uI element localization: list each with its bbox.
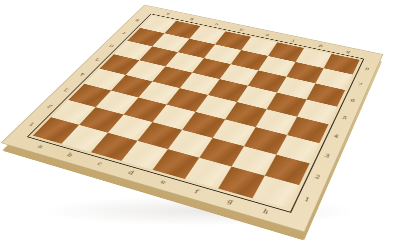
square-e4[interactable] xyxy=(195,95,236,119)
rank-label: 5 xyxy=(335,108,353,128)
rank-label: 1 xyxy=(18,113,45,134)
square-f2[interactable] xyxy=(199,138,244,167)
square-b1[interactable] xyxy=(61,125,107,152)
square-f1[interactable] xyxy=(185,158,232,189)
square-h5[interactable] xyxy=(297,100,337,125)
square-c2[interactable] xyxy=(108,115,153,141)
scene: abcdefgh abcdefgh 87654321 87654321 xyxy=(0,0,400,240)
square-a1[interactable] xyxy=(33,117,79,144)
square-g4[interactable] xyxy=(256,109,297,135)
square-b2[interactable] xyxy=(79,107,124,133)
square-d3[interactable] xyxy=(153,105,196,130)
square-f3[interactable] xyxy=(213,119,256,146)
square-g1[interactable] xyxy=(218,167,265,199)
rank-label: 2 xyxy=(306,165,327,190)
rank-label: 3 xyxy=(317,145,337,168)
rank-label: 1 xyxy=(295,187,317,214)
square-f4[interactable] xyxy=(225,102,266,127)
square-h4[interactable] xyxy=(287,117,328,144)
rank-label: 4 xyxy=(326,126,345,148)
square-h1[interactable] xyxy=(252,176,299,209)
square-h2[interactable] xyxy=(265,155,310,185)
square-a2[interactable] xyxy=(51,100,95,125)
square-g5[interactable] xyxy=(267,93,307,117)
square-c3[interactable] xyxy=(124,97,167,122)
square-d1[interactable] xyxy=(121,141,168,170)
square-d2[interactable] xyxy=(137,122,182,149)
square-h3[interactable] xyxy=(276,135,319,163)
square-e3[interactable] xyxy=(182,112,225,138)
square-c1[interactable] xyxy=(91,133,137,161)
square-e1[interactable] xyxy=(153,149,200,179)
square-g3[interactable] xyxy=(244,127,287,155)
square-g2[interactable] xyxy=(232,146,277,176)
rank-label: 2 xyxy=(37,96,63,115)
square-e2[interactable] xyxy=(168,130,213,158)
